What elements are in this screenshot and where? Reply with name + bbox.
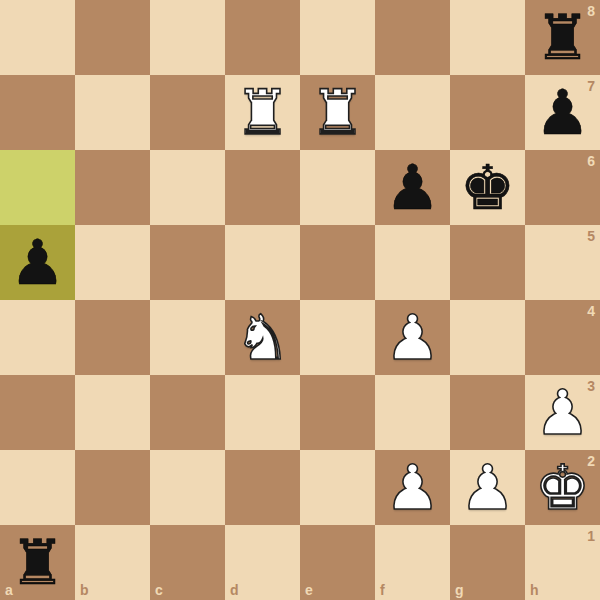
file-label-d: d bbox=[230, 582, 239, 598]
square-e5[interactable] bbox=[300, 225, 375, 300]
square-c8[interactable] bbox=[150, 0, 225, 75]
square-c6[interactable] bbox=[150, 150, 225, 225]
white-knight[interactable]: ♞ bbox=[225, 300, 300, 375]
white-rook[interactable]: ♜ bbox=[225, 75, 300, 150]
square-f6[interactable]: ♟ bbox=[375, 150, 450, 225]
white-pawn[interactable]: ♟ bbox=[375, 450, 450, 525]
square-d4[interactable]: ♞ bbox=[225, 300, 300, 375]
black-rook[interactable]: ♜ bbox=[0, 525, 75, 600]
square-g1[interactable]: g bbox=[450, 525, 525, 600]
square-b8[interactable] bbox=[75, 0, 150, 75]
square-b3[interactable] bbox=[75, 375, 150, 450]
square-e8[interactable] bbox=[300, 0, 375, 75]
square-b2[interactable] bbox=[75, 450, 150, 525]
square-h7[interactable]: 7♟ bbox=[525, 75, 600, 150]
white-pawn[interactable]: ♟ bbox=[375, 300, 450, 375]
rank-label-1: 1 bbox=[587, 528, 595, 544]
square-d1[interactable]: d bbox=[225, 525, 300, 600]
square-e1[interactable]: e bbox=[300, 525, 375, 600]
square-g2[interactable]: ♟ bbox=[450, 450, 525, 525]
square-b6[interactable] bbox=[75, 150, 150, 225]
square-f5[interactable] bbox=[375, 225, 450, 300]
file-label-b: b bbox=[80, 582, 89, 598]
square-g3[interactable] bbox=[450, 375, 525, 450]
square-h5[interactable]: 5 bbox=[525, 225, 600, 300]
black-pawn[interactable]: ♟ bbox=[0, 225, 75, 300]
square-b4[interactable] bbox=[75, 300, 150, 375]
rank-label-4: 4 bbox=[587, 303, 595, 319]
square-d6[interactable] bbox=[225, 150, 300, 225]
square-h4[interactable]: 4 bbox=[525, 300, 600, 375]
square-d2[interactable] bbox=[225, 450, 300, 525]
black-pawn[interactable]: ♟ bbox=[525, 75, 600, 150]
square-c4[interactable] bbox=[150, 300, 225, 375]
square-h8[interactable]: 8♜ bbox=[525, 0, 600, 75]
square-c2[interactable] bbox=[150, 450, 225, 525]
square-a1[interactable]: a♜ bbox=[0, 525, 75, 600]
square-f7[interactable] bbox=[375, 75, 450, 150]
white-pawn[interactable]: ♟ bbox=[525, 375, 600, 450]
square-a4[interactable] bbox=[0, 300, 75, 375]
square-a2[interactable] bbox=[0, 450, 75, 525]
file-label-e: e bbox=[305, 582, 313, 598]
square-d3[interactable] bbox=[225, 375, 300, 450]
square-d7[interactable]: ♜ bbox=[225, 75, 300, 150]
file-label-f: f bbox=[380, 582, 385, 598]
square-f1[interactable]: f bbox=[375, 525, 450, 600]
square-b7[interactable] bbox=[75, 75, 150, 150]
square-f8[interactable] bbox=[375, 0, 450, 75]
rank-label-6: 6 bbox=[587, 153, 595, 169]
square-g7[interactable] bbox=[450, 75, 525, 150]
square-d5[interactable] bbox=[225, 225, 300, 300]
chess-board: 8♜♜♜7♟♟♚6♟5♞♟43♟♟♟2♚a♜bcdefgh1 bbox=[0, 0, 600, 600]
square-e2[interactable] bbox=[300, 450, 375, 525]
file-label-c: c bbox=[155, 582, 163, 598]
square-g8[interactable] bbox=[450, 0, 525, 75]
square-a5[interactable]: ♟ bbox=[0, 225, 75, 300]
file-label-h: h bbox=[530, 582, 539, 598]
square-e3[interactable] bbox=[300, 375, 375, 450]
square-a7[interactable] bbox=[0, 75, 75, 150]
square-g4[interactable] bbox=[450, 300, 525, 375]
black-pawn[interactable]: ♟ bbox=[375, 150, 450, 225]
square-d8[interactable] bbox=[225, 0, 300, 75]
square-c5[interactable] bbox=[150, 225, 225, 300]
square-h1[interactable]: h1 bbox=[525, 525, 600, 600]
square-h3[interactable]: 3♟ bbox=[525, 375, 600, 450]
square-b1[interactable]: b bbox=[75, 525, 150, 600]
square-f2[interactable]: ♟ bbox=[375, 450, 450, 525]
square-b5[interactable] bbox=[75, 225, 150, 300]
square-e4[interactable] bbox=[300, 300, 375, 375]
square-f4[interactable]: ♟ bbox=[375, 300, 450, 375]
square-e6[interactable] bbox=[300, 150, 375, 225]
white-pawn[interactable]: ♟ bbox=[450, 450, 525, 525]
white-king[interactable]: ♚ bbox=[525, 450, 600, 525]
square-c3[interactable] bbox=[150, 375, 225, 450]
black-rook[interactable]: ♜ bbox=[525, 0, 600, 75]
square-g5[interactable] bbox=[450, 225, 525, 300]
square-c7[interactable] bbox=[150, 75, 225, 150]
square-f3[interactable] bbox=[375, 375, 450, 450]
square-c1[interactable]: c bbox=[150, 525, 225, 600]
white-rook[interactable]: ♜ bbox=[300, 75, 375, 150]
black-king[interactable]: ♚ bbox=[450, 150, 525, 225]
rank-label-5: 5 bbox=[587, 228, 595, 244]
square-h2[interactable]: 2♚ bbox=[525, 450, 600, 525]
file-label-g: g bbox=[455, 582, 464, 598]
square-g6[interactable]: ♚ bbox=[450, 150, 525, 225]
square-h6[interactable]: 6 bbox=[525, 150, 600, 225]
square-a3[interactable] bbox=[0, 375, 75, 450]
square-a8[interactable] bbox=[0, 0, 75, 75]
square-a6[interactable] bbox=[0, 150, 75, 225]
square-e7[interactable]: ♜ bbox=[300, 75, 375, 150]
